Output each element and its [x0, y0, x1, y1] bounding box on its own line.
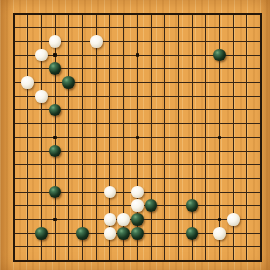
white-stone[interactable] [131, 186, 144, 199]
star-point [136, 136, 140, 140]
white-stone[interactable] [104, 213, 117, 226]
black-stone[interactable] [35, 227, 48, 240]
star-point [53, 218, 57, 222]
white-stone[interactable] [35, 49, 48, 62]
white-stone[interactable] [21, 76, 34, 89]
white-stone[interactable] [35, 90, 48, 103]
white-stone[interactable] [213, 227, 226, 240]
black-stone[interactable] [131, 213, 144, 226]
black-stone[interactable] [186, 227, 199, 240]
star-point [218, 136, 222, 140]
white-stone[interactable] [131, 199, 144, 212]
white-stone[interactable] [104, 227, 117, 240]
star-point [136, 53, 140, 57]
white-stone[interactable] [90, 35, 103, 48]
black-stone[interactable] [117, 227, 130, 240]
black-stone[interactable] [62, 76, 75, 89]
black-stone[interactable] [131, 227, 144, 240]
star-point [53, 53, 57, 57]
white-stone[interactable] [227, 213, 240, 226]
star-point [53, 136, 57, 140]
black-stone[interactable] [76, 227, 89, 240]
go-board[interactable] [0, 0, 270, 270]
white-stone[interactable] [49, 35, 62, 48]
white-stone[interactable] [117, 213, 130, 226]
